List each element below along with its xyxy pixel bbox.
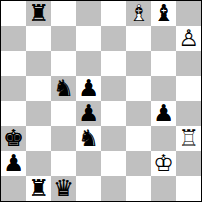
black-rook-outline-icon: ♖ [26,176,51,201]
black-king-outline-icon: ♔ [1,126,26,151]
square-h6[interactable] [176,51,201,76]
square-b1[interactable]: ♜♖ [26,176,51,201]
square-c6[interactable] [51,51,76,76]
square-c7[interactable] [51,26,76,51]
square-d4[interactable]: ♟♙ [76,101,101,126]
square-f2[interactable] [126,151,151,176]
square-g6[interactable] [151,51,176,76]
square-h2[interactable] [176,151,201,176]
square-g2[interactable]: ♚♔ [151,151,176,176]
square-f5[interactable] [126,76,151,101]
square-b4[interactable] [26,101,51,126]
square-e1[interactable] [101,176,126,201]
square-e4[interactable] [101,101,126,126]
square-d7[interactable] [76,26,101,51]
square-f3[interactable] [126,126,151,151]
square-h5[interactable] [176,76,201,101]
square-d5[interactable]: ♟♙ [76,76,101,101]
square-h1[interactable] [176,176,201,201]
square-e2[interactable] [101,151,126,176]
white-rook-outline-icon: ♖ [176,126,201,151]
square-d1[interactable] [76,176,101,201]
black-knight-outline-icon: ♘ [76,126,101,151]
square-d6[interactable] [76,51,101,76]
square-c2[interactable] [51,151,76,176]
square-a2[interactable]: ♟♙ [1,151,26,176]
square-b2[interactable] [26,151,51,176]
square-e3[interactable] [101,126,126,151]
square-f7[interactable] [126,26,151,51]
square-g4[interactable]: ♟♙ [151,101,176,126]
black-queen-outline-icon: ♕ [51,176,76,201]
square-f1[interactable] [126,176,151,201]
black-rook-outline-icon: ♖ [26,1,51,26]
square-g3[interactable] [151,126,176,151]
white-pawn-outline-icon: ♙ [176,26,201,51]
square-e7[interactable] [101,26,126,51]
square-d2[interactable] [76,151,101,176]
square-b6[interactable] [26,51,51,76]
square-f8[interactable]: ♝♗ [126,1,151,26]
black-pawn-outline-icon: ♙ [76,101,101,126]
square-h7[interactable]: ♟♙ [176,26,201,51]
square-g8[interactable]: ♝♗ [151,1,176,26]
square-b3[interactable] [26,126,51,151]
square-g5[interactable] [151,76,176,101]
square-h8[interactable] [176,1,201,26]
white-king-outline-icon: ♔ [151,151,176,176]
square-c5[interactable]: ♞♘ [51,76,76,101]
square-b7[interactable] [26,26,51,51]
square-a6[interactable] [1,51,26,76]
square-a4[interactable] [1,101,26,126]
black-pawn-outline-icon: ♙ [76,76,101,101]
square-c1[interactable]: ♛♕ [51,176,76,201]
black-bishop-outline-icon: ♗ [151,1,176,26]
square-e5[interactable] [101,76,126,101]
square-e8[interactable] [101,1,126,26]
square-a8[interactable] [1,1,26,26]
square-h4[interactable] [176,101,201,126]
white-bishop-outline-icon: ♗ [126,1,151,26]
square-a1[interactable] [1,176,26,201]
square-a3[interactable]: ♚♔ [1,126,26,151]
chess-board-frame: ♜♖♝♗♝♗♟♙♞♘♟♙♟♙♟♙♚♔♞♘♜♖♟♙♚♔♜♖♛♕ [0,0,202,202]
square-c4[interactable] [51,101,76,126]
black-pawn-outline-icon: ♙ [151,101,176,126]
square-b8[interactable]: ♜♖ [26,1,51,26]
black-knight-outline-icon: ♘ [51,76,76,101]
square-e6[interactable] [101,51,126,76]
chess-board: ♜♖♝♗♝♗♟♙♞♘♟♙♟♙♟♙♚♔♞♘♜♖♟♙♚♔♜♖♛♕ [1,1,201,201]
square-d3[interactable]: ♞♘ [76,126,101,151]
square-b5[interactable] [26,76,51,101]
square-f4[interactable] [126,101,151,126]
square-h3[interactable]: ♜♖ [176,126,201,151]
square-d8[interactable] [76,1,101,26]
square-f6[interactable] [126,51,151,76]
square-c3[interactable] [51,126,76,151]
square-g7[interactable] [151,26,176,51]
square-g1[interactable] [151,176,176,201]
black-pawn-outline-icon: ♙ [1,151,26,176]
square-c8[interactable] [51,1,76,26]
square-a7[interactable] [1,26,26,51]
square-a5[interactable] [1,76,26,101]
